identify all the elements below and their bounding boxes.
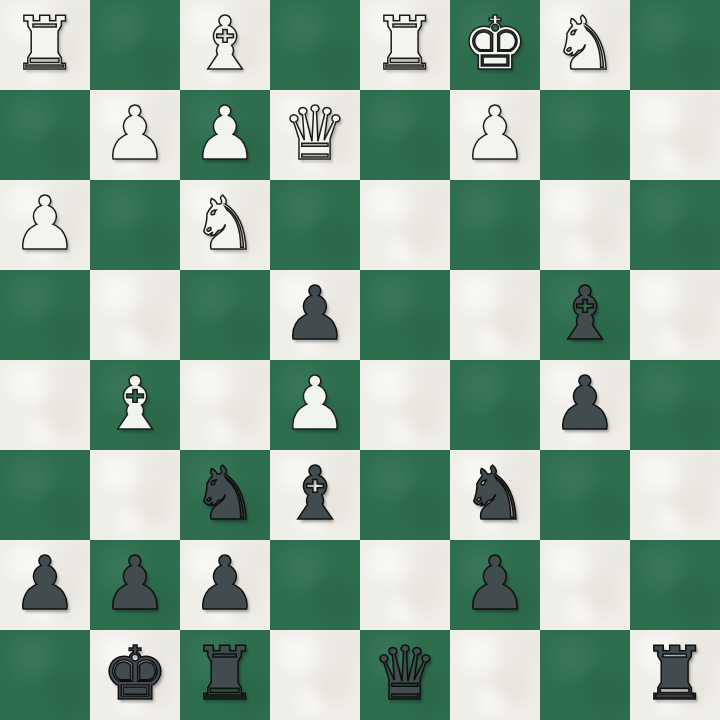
square-c1[interactable]: ♚ [450, 0, 540, 90]
black-pawn-e4: ♟ [282, 268, 348, 358]
square-b7[interactable] [540, 540, 630, 630]
square-h1[interactable]: ♜ [0, 0, 90, 90]
square-b6[interactable] [540, 450, 630, 540]
square-b8[interactable] [540, 630, 630, 720]
square-g4[interactable] [90, 270, 180, 360]
white-rook-d1: ♜ [372, 0, 438, 88]
black-rook-a8: ♜ [642, 628, 708, 718]
square-b1[interactable]: ♞ [540, 0, 630, 90]
square-e1[interactable] [270, 0, 360, 90]
white-knight-b1: ♞ [552, 0, 618, 88]
square-e2[interactable]: ♛ [270, 90, 360, 180]
black-bishop-b4: ♝ [552, 268, 618, 358]
square-g1[interactable] [90, 0, 180, 90]
square-g3[interactable] [90, 180, 180, 270]
square-h8[interactable] [0, 630, 90, 720]
square-a5[interactable] [630, 360, 720, 450]
black-queen-d8: ♛ [372, 628, 438, 718]
black-knight-f6: ♞ [192, 448, 258, 538]
square-e4[interactable]: ♟ [270, 270, 360, 360]
white-bishop-f1: ♝ [192, 0, 258, 88]
white-pawn-h3: ♟ [12, 178, 78, 268]
black-bishop-e6: ♝ [282, 448, 348, 538]
white-king-c1: ♚ [462, 0, 528, 88]
white-rook-h1: ♜ [12, 0, 78, 88]
square-f2[interactable]: ♟ [180, 90, 270, 180]
square-h2[interactable] [0, 90, 90, 180]
chess-board: ♜♝♜♚♞♟♟♛♟♟♞♟♝♝♟♟♞♝♞♟♟♟♟♚♜♛♜ [0, 0, 720, 720]
square-g2[interactable]: ♟ [90, 90, 180, 180]
square-d3[interactable] [360, 180, 450, 270]
square-h7[interactable]: ♟ [0, 540, 90, 630]
square-h5[interactable] [0, 360, 90, 450]
square-b5[interactable]: ♟ [540, 360, 630, 450]
square-d5[interactable] [360, 360, 450, 450]
black-pawn-c7: ♟ [462, 538, 528, 628]
white-pawn-g2: ♟ [102, 88, 168, 178]
square-d1[interactable]: ♜ [360, 0, 450, 90]
square-e7[interactable] [270, 540, 360, 630]
square-d8[interactable]: ♛ [360, 630, 450, 720]
square-f5[interactable] [180, 360, 270, 450]
square-f1[interactable]: ♝ [180, 0, 270, 90]
square-g8[interactable]: ♚ [90, 630, 180, 720]
square-c7[interactable]: ♟ [450, 540, 540, 630]
black-pawn-f7: ♟ [192, 538, 258, 628]
square-g7[interactable]: ♟ [90, 540, 180, 630]
black-pawn-g7: ♟ [102, 538, 168, 628]
square-d6[interactable] [360, 450, 450, 540]
white-queen-e2: ♛ [282, 88, 348, 178]
black-pawn-b5: ♟ [552, 358, 618, 448]
square-f4[interactable] [180, 270, 270, 360]
square-a8[interactable]: ♜ [630, 630, 720, 720]
square-h3[interactable]: ♟ [0, 180, 90, 270]
square-c6[interactable]: ♞ [450, 450, 540, 540]
square-e6[interactable]: ♝ [270, 450, 360, 540]
square-c2[interactable]: ♟ [450, 90, 540, 180]
white-pawn-e5: ♟ [282, 358, 348, 448]
square-f7[interactable]: ♟ [180, 540, 270, 630]
square-e5[interactable]: ♟ [270, 360, 360, 450]
white-pawn-c2: ♟ [462, 88, 528, 178]
black-king-g8: ♚ [102, 628, 168, 718]
square-f6[interactable]: ♞ [180, 450, 270, 540]
square-h4[interactable] [0, 270, 90, 360]
square-g6[interactable] [90, 450, 180, 540]
square-a3[interactable] [630, 180, 720, 270]
black-rook-f8: ♜ [192, 628, 258, 718]
square-a6[interactable] [630, 450, 720, 540]
black-knight-c6: ♞ [462, 448, 528, 538]
square-b4[interactable]: ♝ [540, 270, 630, 360]
square-h6[interactable] [0, 450, 90, 540]
square-a2[interactable] [630, 90, 720, 180]
white-pawn-f2: ♟ [192, 88, 258, 178]
square-d4[interactable] [360, 270, 450, 360]
square-b2[interactable] [540, 90, 630, 180]
square-d2[interactable] [360, 90, 450, 180]
square-a1[interactable] [630, 0, 720, 90]
square-c4[interactable] [450, 270, 540, 360]
white-bishop-g5: ♝ [102, 358, 168, 448]
white-knight-f3: ♞ [192, 178, 258, 268]
square-a4[interactable] [630, 270, 720, 360]
square-g5[interactable]: ♝ [90, 360, 180, 450]
square-f3[interactable]: ♞ [180, 180, 270, 270]
square-c3[interactable] [450, 180, 540, 270]
square-a7[interactable] [630, 540, 720, 630]
square-e3[interactable] [270, 180, 360, 270]
square-c8[interactable] [450, 630, 540, 720]
black-pawn-h7: ♟ [12, 538, 78, 628]
square-b3[interactable] [540, 180, 630, 270]
square-c5[interactable] [450, 360, 540, 450]
square-d7[interactable] [360, 540, 450, 630]
square-f8[interactable]: ♜ [180, 630, 270, 720]
square-e8[interactable] [270, 630, 360, 720]
